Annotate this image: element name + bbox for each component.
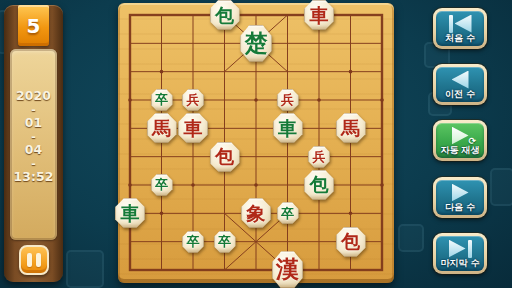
bg-deco [66,250,104,288]
piece-han-cannon[interactable]: 包 [209,142,241,170]
last-move-label: 마지막 수 [436,257,484,270]
piece-glyph: 車 [278,119,297,138]
first-move-label: 처음 수 [436,32,484,45]
autoplay-button[interactable]: ⟳ 자동 재생 [433,120,487,161]
date-month: 01 [25,116,42,130]
piece-han-general[interactable]: 漢 [272,256,304,284]
piece-glyph: 卒 [187,235,200,248]
skip-to-start-icon [449,14,472,33]
game-date-card: 2020 - 01 - 04 - 13:52 [10,49,57,240]
piece-glyph: 卒 [155,93,168,106]
piece-glyph: 漢 [276,258,299,281]
piece-glyph: 兵 [187,93,200,106]
move-number-badge: 5 [18,5,49,46]
previous-icon [452,70,469,89]
piece-glyph: 包 [215,6,234,25]
play-repeat-icon [452,126,469,145]
piece-han-horse[interactable]: 馬 [146,114,178,142]
janggi-board: 包車楚卒兵兵馬車車馬包兵卒包車象卒卒卒包漢 [118,3,394,283]
next-move-button[interactable]: 다음 수 [433,177,487,218]
piece-cho-general[interactable]: 楚 [240,29,272,57]
piece-cho-chariot[interactable]: 車 [272,114,304,142]
game-time: 13:52 [14,170,54,184]
piece-glyph: 包 [310,175,329,194]
piece-glyph: 兵 [313,150,326,163]
piece-glyph: 馬 [152,119,171,138]
piece-cho-cannon[interactable]: 包 [303,171,335,199]
previous-move-label: 이전 수 [436,88,484,101]
bg-deco [398,224,424,252]
piece-cho-chariot[interactable]: 車 [114,199,146,227]
pause-button[interactable] [19,245,49,275]
piece-han-elephant[interactable]: 象 [240,199,272,227]
piece-cho-soldier[interactable]: 卒 [272,199,304,227]
bg-deco [490,168,512,206]
piece-glyph: 車 [184,119,203,138]
next-icon [452,183,469,202]
autoplay-label: 자동 재생 [436,144,484,157]
piece-glyph: 卒 [218,235,231,248]
piece-han-soldier[interactable]: 兵 [303,142,335,170]
previous-move-button[interactable]: 이전 수 [433,64,487,105]
piece-cho-soldier[interactable]: 卒 [177,227,209,255]
piece-glyph: 楚 [245,32,268,55]
piece-han-horse[interactable]: 馬 [335,114,367,142]
piece-glyph: 包 [215,147,234,166]
piece-glyph: 車 [310,6,329,25]
piece-han-soldier[interactable]: 兵 [272,86,304,114]
piece-han-chariot[interactable]: 車 [177,114,209,142]
piece-han-cannon[interactable]: 包 [335,227,367,255]
next-move-label: 다음 수 [436,201,484,214]
piece-glyph: 車 [121,204,140,223]
piece-glyph: 卒 [281,207,294,220]
first-move-button[interactable]: 처음 수 [433,8,487,49]
piece-glyph: 象 [247,204,266,223]
pause-icon [36,253,41,267]
pause-icon [27,253,32,267]
piece-cho-cannon[interactable]: 包 [209,1,241,29]
piece-layer: 包車楚卒兵兵馬車車馬包兵卒包車象卒卒卒包漢 [114,1,398,284]
date-day: 04 [25,143,42,157]
piece-glyph: 包 [341,232,360,251]
piece-glyph: 卒 [155,178,168,191]
piece-han-soldier[interactable]: 兵 [177,86,209,114]
piece-cho-soldier[interactable]: 卒 [146,86,178,114]
piece-glyph: 兵 [281,93,294,106]
move-number: 5 [27,14,41,38]
last-move-button[interactable]: 마지막 수 [433,233,487,274]
piece-cho-soldier[interactable]: 卒 [209,227,241,255]
date-year: 2020 [16,89,51,103]
piece-glyph: 馬 [341,119,360,138]
piece-han-chariot[interactable]: 車 [303,1,335,29]
game-info-panel: 5 2020 - 01 - 04 - 13:52 [4,5,63,282]
skip-to-end-icon [449,239,472,258]
piece-cho-soldier[interactable]: 卒 [146,171,178,199]
